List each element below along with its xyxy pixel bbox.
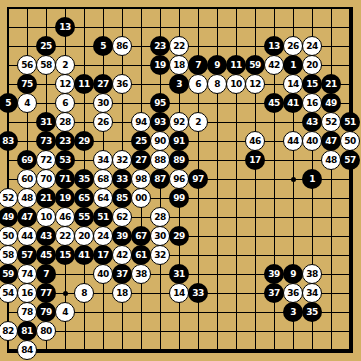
black-stone[interactable]: 71 xyxy=(55,169,75,189)
white-stone[interactable]: 46 xyxy=(55,207,75,227)
white-stone[interactable]: 26 xyxy=(283,36,303,56)
move-number: 96 xyxy=(173,175,184,184)
black-stone[interactable]: 33 xyxy=(112,169,132,189)
move-number: 65 xyxy=(78,194,89,203)
white-stone[interactable]: 2 xyxy=(55,55,75,75)
move-number: 22 xyxy=(173,42,184,51)
move-number: 92 xyxy=(173,118,184,127)
move-number: 23 xyxy=(59,137,70,146)
move-number: 17 xyxy=(249,156,260,165)
white-stone[interactable]: 50 xyxy=(0,226,18,246)
white-stone[interactable]: 88 xyxy=(150,150,170,170)
white-stone[interactable]: 80 xyxy=(36,321,56,341)
black-stone[interactable]: 79 xyxy=(36,302,56,322)
black-stone[interactable]: 49 xyxy=(0,207,18,227)
move-number: 31 xyxy=(40,118,51,127)
move-number: 14 xyxy=(287,80,298,89)
move-number: 98 xyxy=(135,175,146,184)
move-number: 34 xyxy=(97,156,108,165)
white-stone[interactable]: 10 xyxy=(36,207,56,227)
move-number: 93 xyxy=(154,118,165,127)
move-number: 59 xyxy=(2,270,13,279)
move-number: 72 xyxy=(40,156,51,165)
white-stone[interactable]: 22 xyxy=(169,36,189,56)
grid-hline xyxy=(7,7,353,9)
move-number: 62 xyxy=(116,213,127,222)
black-stone[interactable]: 21 xyxy=(36,188,56,208)
move-number: 30 xyxy=(154,232,165,241)
move-number: 46 xyxy=(59,213,70,222)
grid-hline xyxy=(7,349,353,353)
white-stone[interactable]: 96 xyxy=(169,169,189,189)
white-stone[interactable]: 98 xyxy=(131,169,151,189)
move-number: 53 xyxy=(59,156,70,165)
move-number: 83 xyxy=(2,137,13,146)
move-number: 97 xyxy=(192,175,203,184)
move-number: 69 xyxy=(21,156,32,165)
white-stone[interactable]: 2 xyxy=(188,112,208,132)
white-stone[interactable]: 12 xyxy=(245,74,265,94)
move-number: 87 xyxy=(154,175,165,184)
move-number: 25 xyxy=(135,137,146,146)
move-number: 49 xyxy=(2,213,13,222)
white-stone[interactable]: 70 xyxy=(36,169,56,189)
move-number: 20 xyxy=(306,61,317,70)
move-number: 24 xyxy=(306,42,317,51)
move-number: 36 xyxy=(287,289,298,298)
black-stone[interactable]: 55 xyxy=(74,207,94,227)
move-number: 79 xyxy=(40,308,51,317)
white-stone[interactable]: 6 xyxy=(55,93,75,113)
move-number: 18 xyxy=(116,289,127,298)
white-stone[interactable]: 38 xyxy=(131,264,151,284)
move-number: 89 xyxy=(173,156,184,165)
black-stone[interactable]: 49 xyxy=(321,93,341,113)
black-stone[interactable]: 19 xyxy=(150,55,170,75)
move-number: 99 xyxy=(173,194,184,203)
white-stone[interactable]: 00 xyxy=(131,188,151,208)
move-number: 85 xyxy=(116,194,127,203)
white-stone[interactable]: 16 xyxy=(17,283,37,303)
move-number: 4 xyxy=(62,308,68,317)
white-stone[interactable]: 28 xyxy=(55,112,75,132)
move-number: 00 xyxy=(135,194,146,203)
white-stone[interactable]: 30 xyxy=(150,226,170,246)
move-number: 34 xyxy=(306,289,317,298)
black-stone[interactable]: 3 xyxy=(283,302,303,322)
black-stone[interactable]: 9 xyxy=(283,264,303,284)
white-stone[interactable]: 68 xyxy=(93,169,113,189)
move-number: 29 xyxy=(173,232,184,241)
white-stone[interactable]: 44 xyxy=(17,226,37,246)
move-number: 19 xyxy=(154,61,165,70)
move-number: 71 xyxy=(59,175,70,184)
black-stone[interactable]: 39 xyxy=(264,264,284,284)
move-number: 57 xyxy=(344,156,355,165)
move-number: 18 xyxy=(173,61,184,70)
black-stone[interactable]: 5 xyxy=(0,93,18,113)
move-number: 49 xyxy=(325,99,336,108)
black-stone[interactable]: 35 xyxy=(302,302,322,322)
black-stone[interactable]: 65 xyxy=(74,188,94,208)
black-stone[interactable]: 41 xyxy=(283,93,303,113)
white-stone[interactable]: 62 xyxy=(112,207,132,227)
move-number: 35 xyxy=(306,308,317,317)
move-number: 12 xyxy=(59,80,70,89)
move-number: 2 xyxy=(62,61,68,70)
white-stone[interactable]: 6 xyxy=(188,74,208,94)
white-stone[interactable]: 34 xyxy=(302,283,322,303)
black-stone[interactable]: 23 xyxy=(55,131,75,151)
star-point xyxy=(63,291,68,296)
go-board[interactable]: 1325586232213262456582191879115942120751… xyxy=(0,0,361,361)
move-number: 19 xyxy=(59,194,70,203)
black-stone[interactable]: 99 xyxy=(169,188,189,208)
star-point xyxy=(291,177,296,182)
move-number: 37 xyxy=(268,289,279,298)
move-number: 42 xyxy=(116,251,127,260)
white-stone[interactable]: 38 xyxy=(302,264,322,284)
black-stone[interactable]: 15 xyxy=(302,74,322,94)
black-stone[interactable]: 37 xyxy=(264,283,284,303)
white-stone[interactable]: 50 xyxy=(340,131,360,151)
black-stone[interactable]: 23 xyxy=(150,36,170,56)
move-number: 75 xyxy=(21,80,32,89)
black-stone[interactable]: 17 xyxy=(245,150,265,170)
black-stone[interactable]: 1 xyxy=(302,169,322,189)
move-number: 28 xyxy=(59,118,70,127)
move-number: 91 xyxy=(173,137,184,146)
black-stone[interactable]: 87 xyxy=(150,169,170,189)
white-stone[interactable]: 40 xyxy=(302,131,322,151)
black-stone[interactable]: 13 xyxy=(264,36,284,56)
move-number: 68 xyxy=(97,175,108,184)
black-stone[interactable]: 47 xyxy=(17,207,37,227)
move-number: 60 xyxy=(21,175,32,184)
black-stone[interactable]: 19 xyxy=(55,188,75,208)
move-number: 16 xyxy=(306,99,317,108)
move-number: 82 xyxy=(2,327,13,336)
grid-vline xyxy=(331,7,332,353)
move-number: 58 xyxy=(40,61,51,70)
move-number: 84 xyxy=(21,346,32,355)
grid-vline xyxy=(349,7,353,353)
white-stone[interactable]: 64 xyxy=(93,188,113,208)
move-number: 21 xyxy=(40,194,51,203)
move-number: 1 xyxy=(290,61,296,70)
white-stone[interactable]: 24 xyxy=(93,226,113,246)
move-number: 17 xyxy=(97,251,108,260)
black-stone[interactable]: 89 xyxy=(169,150,189,170)
black-stone[interactable]: 53 xyxy=(55,150,75,170)
black-stone[interactable]: 27 xyxy=(93,74,113,94)
move-number: 7 xyxy=(43,270,49,279)
move-number: 29 xyxy=(78,137,89,146)
move-number: 40 xyxy=(306,137,317,146)
move-number: 35 xyxy=(78,175,89,184)
move-number: 13 xyxy=(268,42,279,51)
white-stone[interactable]: 24 xyxy=(302,36,322,56)
black-stone[interactable]: 57 xyxy=(340,150,360,170)
move-number: 4 xyxy=(24,99,30,108)
move-number: 27 xyxy=(97,80,108,89)
move-number: 21 xyxy=(325,80,336,89)
black-stone[interactable]: 37 xyxy=(112,264,132,284)
move-number: 20 xyxy=(78,232,89,241)
black-stone[interactable]: 7 xyxy=(188,55,208,75)
black-stone[interactable]: 81 xyxy=(17,321,37,341)
white-stone[interactable]: 52 xyxy=(321,112,341,132)
move-number: 81 xyxy=(21,327,32,336)
black-stone[interactable]: 1 xyxy=(283,55,303,75)
black-stone[interactable]: 57 xyxy=(17,245,37,265)
black-stone[interactable]: 69 xyxy=(17,150,37,170)
move-number: 47 xyxy=(325,137,336,146)
move-number: 95 xyxy=(154,99,165,108)
move-number: 90 xyxy=(154,137,165,146)
white-stone[interactable]: 56 xyxy=(17,55,37,75)
move-number: 88 xyxy=(154,156,165,165)
move-number: 10 xyxy=(230,80,241,89)
white-stone[interactable]: 30 xyxy=(93,93,113,113)
move-number: 16 xyxy=(21,289,32,298)
white-stone[interactable]: 84 xyxy=(17,340,37,360)
black-stone[interactable]: 85 xyxy=(112,188,132,208)
move-number: 9 xyxy=(214,61,220,70)
move-number: 9 xyxy=(290,270,296,279)
move-number: 59 xyxy=(249,61,260,70)
white-stone[interactable]: 28 xyxy=(150,207,170,227)
move-number: 86 xyxy=(116,42,127,51)
move-number: 44 xyxy=(287,137,298,146)
move-number: 74 xyxy=(21,270,32,279)
white-stone[interactable]: 10 xyxy=(226,74,246,94)
move-number: 14 xyxy=(173,289,184,298)
white-stone[interactable]: 58 xyxy=(36,55,56,75)
white-stone[interactable]: 48 xyxy=(17,188,37,208)
white-stone[interactable]: 14 xyxy=(283,74,303,94)
white-stone[interactable]: 72 xyxy=(36,150,56,170)
black-stone[interactable]: 45 xyxy=(36,245,56,265)
white-stone[interactable]: 8 xyxy=(207,74,227,94)
move-number: 52 xyxy=(325,118,336,127)
move-number: 77 xyxy=(40,289,51,298)
move-number: 32 xyxy=(116,156,127,165)
white-stone[interactable]: 90 xyxy=(150,131,170,151)
move-number: 42 xyxy=(268,61,279,70)
move-number: 5 xyxy=(5,99,11,108)
white-stone[interactable]: 58 xyxy=(0,245,18,265)
black-stone[interactable]: 25 xyxy=(131,131,151,151)
move-number: 46 xyxy=(249,137,260,146)
move-number: 33 xyxy=(116,175,127,184)
move-number: 51 xyxy=(344,118,355,127)
white-stone[interactable]: 8 xyxy=(74,283,94,303)
white-stone[interactable]: 54 xyxy=(0,283,18,303)
move-number: 12 xyxy=(249,80,260,89)
white-stone[interactable]: 82 xyxy=(0,321,18,341)
move-number: 28 xyxy=(154,213,165,222)
move-number: 15 xyxy=(59,251,70,260)
black-stone[interactable]: 27 xyxy=(131,150,151,170)
move-number: 7 xyxy=(195,61,201,70)
move-number: 58 xyxy=(2,251,13,260)
black-stone[interactable]: 41 xyxy=(74,245,94,265)
move-number: 2 xyxy=(195,118,201,127)
black-stone[interactable]: 31 xyxy=(169,264,189,284)
white-stone[interactable]: 36 xyxy=(283,283,303,303)
white-stone[interactable]: 78 xyxy=(17,302,37,322)
move-number: 25 xyxy=(40,42,51,51)
black-stone[interactable]: 61 xyxy=(131,245,151,265)
move-number: 45 xyxy=(268,99,279,108)
black-stone[interactable]: 33 xyxy=(188,283,208,303)
white-stone[interactable]: 46 xyxy=(245,131,265,151)
black-stone[interactable]: 75 xyxy=(17,74,37,94)
move-number: 32 xyxy=(154,251,165,260)
move-number: 47 xyxy=(21,213,32,222)
black-stone[interactable]: 3 xyxy=(169,74,189,94)
black-stone[interactable]: 95 xyxy=(150,93,170,113)
black-stone[interactable]: 51 xyxy=(93,207,113,227)
grid-hline xyxy=(7,331,353,332)
white-stone[interactable]: 42 xyxy=(112,245,132,265)
white-stone[interactable]: 34 xyxy=(93,150,113,170)
black-stone[interactable]: 11 xyxy=(226,55,246,75)
black-stone[interactable]: 5 xyxy=(93,36,113,56)
white-stone[interactable]: 36 xyxy=(112,74,132,94)
move-number: 78 xyxy=(21,308,32,317)
move-number: 13 xyxy=(59,23,70,32)
white-stone[interactable]: 74 xyxy=(17,264,37,284)
move-number: 67 xyxy=(135,232,146,241)
black-stone[interactable]: 17 xyxy=(93,245,113,265)
white-stone[interactable]: 92 xyxy=(169,112,189,132)
move-number: 64 xyxy=(97,194,108,203)
move-number: 8 xyxy=(81,289,87,298)
move-number: 23 xyxy=(154,42,165,51)
white-stone[interactable]: 12 xyxy=(55,74,75,94)
black-stone[interactable]: 97 xyxy=(188,169,208,189)
move-number: 39 xyxy=(268,270,279,279)
white-stone[interactable]: 86 xyxy=(112,36,132,56)
move-number: 55 xyxy=(78,213,89,222)
white-stone[interactable]: 22 xyxy=(55,226,75,246)
white-stone[interactable]: 44 xyxy=(283,131,303,151)
move-number: 5 xyxy=(100,42,106,51)
move-number: 54 xyxy=(2,289,13,298)
move-number: 6 xyxy=(62,99,68,108)
move-number: 61 xyxy=(135,251,146,260)
move-number: 26 xyxy=(287,42,298,51)
black-stone[interactable]: 73 xyxy=(36,131,56,151)
white-stone[interactable]: 18 xyxy=(112,283,132,303)
white-stone[interactable]: 52 xyxy=(0,188,18,208)
black-stone[interactable]: 39 xyxy=(112,226,132,246)
move-number: 52 xyxy=(2,194,13,203)
move-number: 73 xyxy=(40,137,51,146)
black-stone[interactable]: 35 xyxy=(74,169,94,189)
move-number: 1 xyxy=(309,175,315,184)
black-stone[interactable]: 43 xyxy=(302,112,322,132)
white-stone[interactable]: 48 xyxy=(321,150,341,170)
white-stone[interactable]: 32 xyxy=(150,245,170,265)
black-stone[interactable]: 43 xyxy=(36,226,56,246)
black-stone[interactable]: 91 xyxy=(169,131,189,151)
move-number: 39 xyxy=(116,232,127,241)
move-number: 48 xyxy=(325,156,336,165)
black-stone[interactable]: 13 xyxy=(55,17,75,37)
white-stone[interactable]: 94 xyxy=(131,112,151,132)
move-number: 10 xyxy=(40,213,51,222)
black-stone[interactable]: 29 xyxy=(74,131,94,151)
move-number: 27 xyxy=(135,156,146,165)
black-stone[interactable]: 93 xyxy=(150,112,170,132)
black-stone[interactable]: 25 xyxy=(36,36,56,56)
move-number: 37 xyxy=(116,270,127,279)
move-number: 6 xyxy=(195,80,201,89)
white-stone[interactable]: 60 xyxy=(17,169,37,189)
move-number: 80 xyxy=(40,327,51,336)
black-stone[interactable]: 51 xyxy=(340,112,360,132)
move-number: 43 xyxy=(306,118,317,127)
move-number: 57 xyxy=(21,251,32,260)
move-number: 45 xyxy=(40,251,51,260)
white-stone[interactable]: 40 xyxy=(93,264,113,284)
move-number: 11 xyxy=(78,80,89,89)
black-stone[interactable]: 59 xyxy=(0,264,18,284)
move-number: 44 xyxy=(21,232,32,241)
black-stone[interactable]: 45 xyxy=(264,93,284,113)
black-stone[interactable]: 7 xyxy=(36,264,56,284)
black-stone[interactable]: 31 xyxy=(36,112,56,132)
white-stone[interactable]: 20 xyxy=(302,55,322,75)
black-stone[interactable]: 11 xyxy=(74,74,94,94)
white-stone[interactable]: 20 xyxy=(74,226,94,246)
white-stone[interactable]: 4 xyxy=(17,93,37,113)
white-stone[interactable]: 18 xyxy=(169,55,189,75)
black-stone[interactable]: 83 xyxy=(0,131,18,151)
move-number: 36 xyxy=(116,80,127,89)
move-number: 70 xyxy=(40,175,51,184)
black-stone[interactable]: 59 xyxy=(245,55,265,75)
black-stone[interactable]: 29 xyxy=(169,226,189,246)
move-number: 24 xyxy=(97,232,108,241)
white-stone[interactable]: 32 xyxy=(112,150,132,170)
move-number: 50 xyxy=(2,232,13,241)
move-number: 41 xyxy=(287,99,298,108)
white-stone[interactable]: 14 xyxy=(169,283,189,303)
move-number: 22 xyxy=(59,232,70,241)
black-stone[interactable]: 9 xyxy=(207,55,227,75)
move-number: 31 xyxy=(173,270,184,279)
move-number: 41 xyxy=(78,251,89,260)
black-stone[interactable]: 15 xyxy=(55,245,75,265)
black-stone[interactable]: 47 xyxy=(321,131,341,151)
white-stone[interactable]: 26 xyxy=(93,112,113,132)
move-number: 33 xyxy=(192,289,203,298)
white-stone[interactable]: 42 xyxy=(264,55,284,75)
black-stone[interactable]: 21 xyxy=(321,74,341,94)
black-stone[interactable]: 67 xyxy=(131,226,151,246)
black-stone[interactable]: 77 xyxy=(36,283,56,303)
move-number: 38 xyxy=(135,270,146,279)
white-stone[interactable]: 16 xyxy=(302,93,322,113)
move-number: 8 xyxy=(214,80,220,89)
white-stone[interactable]: 4 xyxy=(55,302,75,322)
move-number: 38 xyxy=(306,270,317,279)
move-number: 11 xyxy=(230,61,241,70)
